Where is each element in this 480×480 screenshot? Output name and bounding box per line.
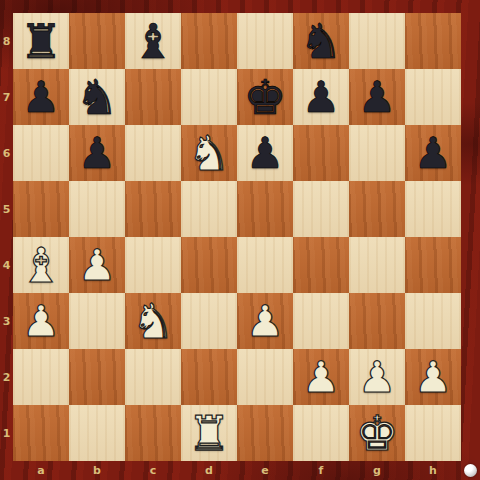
square-a1[interactable]	[13, 405, 69, 461]
rank-label-3: 3	[0, 293, 13, 349]
square-e7[interactable]: ♚	[237, 69, 293, 125]
file-label-g: g	[349, 461, 405, 480]
square-f8[interactable]: ♞	[293, 13, 349, 69]
white-bishop-a4[interactable]: ♝	[19, 237, 62, 293]
white-pawn-h2[interactable]: ♟	[414, 349, 453, 405]
square-e2[interactable]	[237, 349, 293, 405]
square-e4[interactable]	[237, 237, 293, 293]
square-d7[interactable]	[181, 69, 237, 125]
white-pawn-e3[interactable]: ♟	[246, 293, 285, 349]
square-d4[interactable]	[181, 237, 237, 293]
square-c4[interactable]	[125, 237, 181, 293]
square-a7[interactable]: ♟	[13, 69, 69, 125]
white-knight-d6[interactable]: ♞	[187, 125, 230, 181]
square-e6[interactable]: ♟	[237, 125, 293, 181]
square-g4[interactable]	[349, 237, 405, 293]
square-g6[interactable]	[349, 125, 405, 181]
black-pawn-e6[interactable]: ♟	[246, 125, 285, 181]
file-label-f: f	[293, 461, 349, 480]
chess-board-window: ♜♝♞♟♞♚♟♟♟♞♟♟♝♟♟♞♟♟♟♟♜♚ 87654321 abcdefgh	[0, 0, 480, 480]
square-d5[interactable]	[181, 181, 237, 237]
rank-label-2: 2	[0, 349, 13, 405]
file-label-c: c	[125, 461, 181, 480]
square-d6[interactable]: ♞	[181, 125, 237, 181]
rank-label-5: 5	[0, 181, 13, 237]
square-g7[interactable]: ♟	[349, 69, 405, 125]
square-h1[interactable]	[405, 405, 461, 461]
black-knight-b7[interactable]: ♞	[75, 69, 118, 125]
square-b3[interactable]	[69, 293, 125, 349]
white-pawn-b4[interactable]: ♟	[78, 237, 117, 293]
square-h6[interactable]: ♟	[405, 125, 461, 181]
square-h7[interactable]	[405, 69, 461, 125]
square-b1[interactable]	[69, 405, 125, 461]
file-label-a: a	[13, 461, 69, 480]
square-e1[interactable]	[237, 405, 293, 461]
square-b8[interactable]	[69, 13, 125, 69]
square-c2[interactable]	[125, 349, 181, 405]
rank-label-7: 7	[0, 69, 13, 125]
square-c6[interactable]	[125, 125, 181, 181]
square-h3[interactable]	[405, 293, 461, 349]
square-a8[interactable]: ♜	[13, 13, 69, 69]
square-d3[interactable]	[181, 293, 237, 349]
square-h8[interactable]	[405, 13, 461, 69]
file-label-h: h	[405, 461, 461, 480]
square-e3[interactable]: ♟	[237, 293, 293, 349]
rank-label-1: 1	[0, 405, 13, 461]
square-d8[interactable]	[181, 13, 237, 69]
black-rook-a8[interactable]: ♜	[19, 13, 62, 69]
white-king-g1[interactable]: ♚	[355, 405, 398, 461]
file-label-b: b	[69, 461, 125, 480]
white-rook-d1[interactable]: ♜	[187, 405, 230, 461]
file-label-e: e	[237, 461, 293, 480]
square-b7[interactable]: ♞	[69, 69, 125, 125]
black-pawn-a7[interactable]: ♟	[22, 69, 61, 125]
rank-label-6: 6	[0, 125, 13, 181]
square-a3[interactable]: ♟	[13, 293, 69, 349]
square-b6[interactable]: ♟	[69, 125, 125, 181]
square-d2[interactable]	[181, 349, 237, 405]
board: ♜♝♞♟♞♚♟♟♟♞♟♟♝♟♟♞♟♟♟♟♜♚	[13, 13, 461, 461]
square-h5[interactable]	[405, 181, 461, 237]
white-knight-c3[interactable]: ♞	[131, 293, 174, 349]
square-g2[interactable]: ♟	[349, 349, 405, 405]
square-f5[interactable]	[293, 181, 349, 237]
square-b4[interactable]: ♟	[69, 237, 125, 293]
square-a6[interactable]	[13, 125, 69, 181]
black-pawn-b6[interactable]: ♟	[78, 125, 117, 181]
file-labels: abcdefgh	[13, 461, 461, 480]
square-f3[interactable]	[293, 293, 349, 349]
square-c5[interactable]	[125, 181, 181, 237]
square-c8[interactable]: ♝	[125, 13, 181, 69]
black-knight-f8[interactable]: ♞	[299, 13, 342, 69]
square-h2[interactable]: ♟	[405, 349, 461, 405]
white-pawn-a3[interactable]: ♟	[22, 293, 61, 349]
square-e5[interactable]	[237, 181, 293, 237]
rank-label-8: 8	[0, 13, 13, 69]
square-f1[interactable]	[293, 405, 349, 461]
square-f7[interactable]: ♟	[293, 69, 349, 125]
square-a2[interactable]	[13, 349, 69, 405]
square-g8[interactable]	[349, 13, 405, 69]
square-a5[interactable]	[13, 181, 69, 237]
white-pawn-g2[interactable]: ♟	[358, 349, 397, 405]
square-c1[interactable]	[125, 405, 181, 461]
square-g5[interactable]	[349, 181, 405, 237]
square-h4[interactable]	[405, 237, 461, 293]
square-c3[interactable]: ♞	[125, 293, 181, 349]
square-g3[interactable]	[349, 293, 405, 349]
square-f4[interactable]	[293, 237, 349, 293]
square-f2[interactable]: ♟	[293, 349, 349, 405]
black-pawn-g7[interactable]: ♟	[358, 69, 397, 125]
square-b2[interactable]	[69, 349, 125, 405]
black-bishop-c8[interactable]: ♝	[131, 13, 174, 69]
file-label-d: d	[181, 461, 237, 480]
square-d1[interactable]: ♜	[181, 405, 237, 461]
rank-labels: 87654321	[0, 13, 13, 461]
rank-label-4: 4	[0, 237, 13, 293]
white-to-move-indicator	[464, 464, 477, 477]
black-pawn-h6[interactable]: ♟	[414, 125, 453, 181]
square-e8[interactable]	[237, 13, 293, 69]
black-pawn-f7[interactable]: ♟	[302, 69, 341, 125]
black-king-e7[interactable]: ♚	[243, 69, 286, 125]
square-g1[interactable]: ♚	[349, 405, 405, 461]
square-b5[interactable]	[69, 181, 125, 237]
square-a4[interactable]: ♝	[13, 237, 69, 293]
square-c7[interactable]	[125, 69, 181, 125]
white-pawn-f2[interactable]: ♟	[302, 349, 341, 405]
square-f6[interactable]	[293, 125, 349, 181]
